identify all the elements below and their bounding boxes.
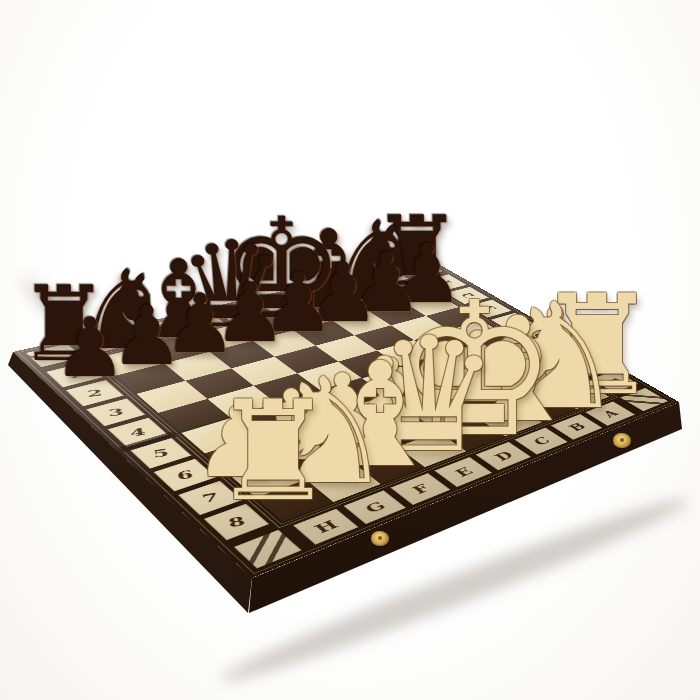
brass-clasp-left: [371, 531, 389, 546]
brass-clasp-right: [613, 433, 631, 448]
playing-field: [13, 258, 429, 352]
chess-set-photo: 11HH22GG33FF44EE55DD66CC77BB88AA ♜♞♝♛♚♝♞…: [0, 0, 700, 700]
